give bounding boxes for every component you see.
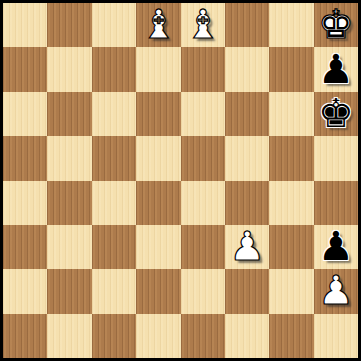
- square-c4[interactable]: [92, 181, 136, 225]
- square-e8[interactable]: ♝: [181, 3, 225, 47]
- chess-board: ♝♝♚♟♚♟♟♟: [3, 3, 358, 358]
- square-c6[interactable]: [92, 92, 136, 136]
- square-f5[interactable]: [225, 136, 269, 180]
- square-b1[interactable]: [47, 314, 91, 358]
- white-king[interactable]: ♚: [318, 4, 354, 44]
- square-b7[interactable]: [47, 47, 91, 91]
- square-g6[interactable]: [269, 92, 313, 136]
- square-g4[interactable]: [269, 181, 313, 225]
- square-e4[interactable]: [181, 181, 225, 225]
- square-c3[interactable]: [92, 225, 136, 269]
- square-e7[interactable]: [181, 47, 225, 91]
- chess-board-frame: ♝♝♚♟♚♟♟♟: [0, 0, 361, 361]
- square-h4[interactable]: [314, 181, 358, 225]
- square-h1[interactable]: [314, 314, 358, 358]
- square-a6[interactable]: [3, 92, 47, 136]
- square-g1[interactable]: [269, 314, 313, 358]
- square-f6[interactable]: [225, 92, 269, 136]
- square-c5[interactable]: [92, 136, 136, 180]
- square-e1[interactable]: [181, 314, 225, 358]
- square-b4[interactable]: [47, 181, 91, 225]
- square-e2[interactable]: [181, 269, 225, 313]
- square-a5[interactable]: [3, 136, 47, 180]
- square-f4[interactable]: [225, 181, 269, 225]
- square-c2[interactable]: [92, 269, 136, 313]
- square-d8[interactable]: ♝: [136, 3, 180, 47]
- square-a4[interactable]: [3, 181, 47, 225]
- square-e3[interactable]: [181, 225, 225, 269]
- square-d1[interactable]: [136, 314, 180, 358]
- square-h8[interactable]: ♚: [314, 3, 358, 47]
- square-b8[interactable]: [47, 3, 91, 47]
- square-h3[interactable]: ♟: [314, 225, 358, 269]
- square-g2[interactable]: [269, 269, 313, 313]
- white-bishop[interactable]: ♝: [140, 4, 176, 44]
- square-d7[interactable]: [136, 47, 180, 91]
- square-b5[interactable]: [47, 136, 91, 180]
- square-e5[interactable]: [181, 136, 225, 180]
- black-pawn[interactable]: ♟: [318, 226, 354, 266]
- square-a1[interactable]: [3, 314, 47, 358]
- square-a8[interactable]: [3, 3, 47, 47]
- square-d2[interactable]: [136, 269, 180, 313]
- square-f2[interactable]: [225, 269, 269, 313]
- square-b2[interactable]: [47, 269, 91, 313]
- square-h7[interactable]: ♟: [314, 47, 358, 91]
- square-f8[interactable]: [225, 3, 269, 47]
- square-c8[interactable]: [92, 3, 136, 47]
- black-king[interactable]: ♚: [318, 93, 354, 133]
- square-b3[interactable]: [47, 225, 91, 269]
- white-pawn[interactable]: ♟: [318, 270, 354, 310]
- square-f1[interactable]: [225, 314, 269, 358]
- square-f3[interactable]: ♟: [225, 225, 269, 269]
- square-h2[interactable]: ♟: [314, 269, 358, 313]
- black-pawn[interactable]: ♟: [318, 49, 354, 89]
- square-f7[interactable]: [225, 47, 269, 91]
- square-d5[interactable]: [136, 136, 180, 180]
- square-d4[interactable]: [136, 181, 180, 225]
- white-pawn[interactable]: ♟: [229, 226, 265, 266]
- white-bishop[interactable]: ♝: [185, 4, 221, 44]
- square-h5[interactable]: [314, 136, 358, 180]
- square-h6[interactable]: ♚: [314, 92, 358, 136]
- square-g5[interactable]: [269, 136, 313, 180]
- square-a7[interactable]: [3, 47, 47, 91]
- square-a3[interactable]: [3, 225, 47, 269]
- square-g7[interactable]: [269, 47, 313, 91]
- square-d6[interactable]: [136, 92, 180, 136]
- square-g8[interactable]: [269, 3, 313, 47]
- square-c7[interactable]: [92, 47, 136, 91]
- square-d3[interactable]: [136, 225, 180, 269]
- square-e6[interactable]: [181, 92, 225, 136]
- square-g3[interactable]: [269, 225, 313, 269]
- square-b6[interactable]: [47, 92, 91, 136]
- square-a2[interactable]: [3, 269, 47, 313]
- square-c1[interactable]: [92, 314, 136, 358]
